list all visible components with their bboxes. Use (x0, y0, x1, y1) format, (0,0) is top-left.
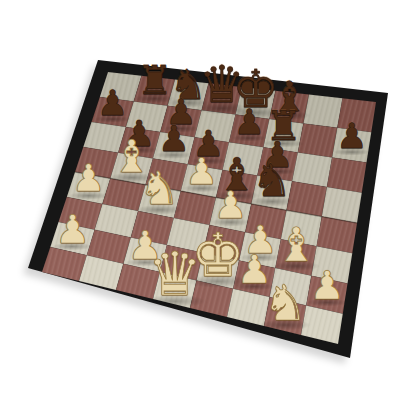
piece-white-pawn-a2[interactable]: ♟ (55, 209, 90, 248)
square-g7[interactable] (298, 123, 338, 157)
chess-set-photo: ♜♞♛♚♝♟♟♟♜♟♟♟♟♟♝♟♝♞♟♞♟♟♝♟♟♚♟♟♛♞ (0, 0, 400, 400)
piece-black-knight-f5[interactable]: ♞ (252, 159, 292, 204)
piece-white-knight-c4[interactable]: ♞ (139, 167, 180, 213)
piece-black-pawn-h7[interactable]: ♟ (336, 119, 367, 154)
piece-black-pawn-e7[interactable]: ♟ (234, 105, 265, 140)
square-h6[interactable] (327, 157, 367, 192)
piece-white-queen-d1[interactable]: ♛ (148, 244, 202, 304)
piece-white-knight-g1[interactable]: ♞ (263, 279, 307, 328)
piece-white-pawn-a4[interactable]: ♟ (72, 160, 106, 198)
square-g6[interactable] (292, 152, 332, 187)
piece-white-pawn-h2[interactable]: ♟ (309, 265, 344, 304)
